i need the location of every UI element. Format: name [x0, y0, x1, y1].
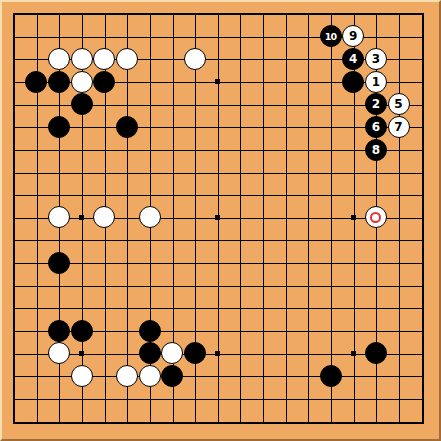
hoshi-point — [79, 215, 84, 220]
stone-move-number: 7 — [394, 121, 402, 133]
stone-white[interactable] — [71, 48, 93, 70]
stone-black[interactable] — [48, 252, 70, 274]
stone-white-move-7[interactable]: 7 — [388, 116, 410, 138]
stone-black-move-4[interactable]: 4 — [342, 48, 364, 70]
stone-black[interactable] — [48, 116, 70, 138]
stone-white[interactable] — [71, 365, 93, 387]
hoshi-point — [351, 215, 356, 220]
stone-white[interactable] — [139, 206, 161, 228]
stone-black[interactable] — [161, 365, 183, 387]
stone-white-marked[interactable] — [365, 206, 387, 228]
stone-move-number: 6 — [372, 121, 380, 133]
goban: 10943125678 — [0, 0, 441, 441]
stone-white-move-9[interactable]: 9 — [342, 25, 364, 47]
stone-black[interactable] — [71, 93, 93, 115]
stone-black[interactable] — [139, 342, 161, 364]
stone-black-move-10[interactable]: 10 — [320, 25, 342, 47]
stone-black[interactable] — [25, 71, 47, 93]
stone-black[interactable] — [116, 116, 138, 138]
stone-black[interactable] — [48, 71, 70, 93]
hoshi-point — [215, 79, 220, 84]
circle-mark-icon — [370, 212, 381, 223]
hoshi-point — [79, 351, 84, 356]
stone-white-move-5[interactable]: 5 — [388, 93, 410, 115]
stone-move-number: 10 — [325, 32, 337, 42]
stone-move-number: 4 — [349, 53, 357, 65]
stone-white[interactable] — [93, 48, 115, 70]
hoshi-point — [215, 215, 220, 220]
stone-black[interactable] — [320, 365, 342, 387]
stone-white[interactable] — [93, 206, 115, 228]
stone-move-number: 9 — [349, 30, 357, 42]
stone-black[interactable] — [48, 320, 70, 342]
stone-black[interactable] — [184, 342, 206, 364]
stone-white[interactable] — [116, 365, 138, 387]
stone-white[interactable] — [48, 206, 70, 228]
stone-move-number: 3 — [372, 53, 380, 65]
board-grid[interactable]: 10943125678 — [2, 2, 432, 432]
stone-white[interactable] — [184, 48, 206, 70]
stone-black-move-2[interactable]: 2 — [365, 93, 387, 115]
stone-move-number: 8 — [372, 144, 380, 156]
stone-black-move-6[interactable]: 6 — [365, 116, 387, 138]
stone-move-number: 1 — [372, 76, 380, 88]
stone-black-move-8[interactable]: 8 — [365, 139, 387, 161]
stone-white-move-3[interactable]: 3 — [365, 48, 387, 70]
stone-move-number: 5 — [394, 98, 402, 110]
stone-black[interactable] — [342, 71, 364, 93]
stone-white[interactable] — [161, 342, 183, 364]
stone-white[interactable] — [48, 342, 70, 364]
stone-white[interactable] — [139, 365, 161, 387]
stone-white[interactable] — [116, 48, 138, 70]
hoshi-point — [215, 351, 220, 356]
stone-black[interactable] — [71, 320, 93, 342]
stone-move-number: 2 — [372, 98, 380, 110]
stone-black[interactable] — [365, 342, 387, 364]
stone-white[interactable] — [71, 71, 93, 93]
stone-white[interactable] — [48, 48, 70, 70]
stone-white-move-1[interactable]: 1 — [365, 71, 387, 93]
stone-black[interactable] — [93, 71, 115, 93]
stone-black[interactable] — [139, 320, 161, 342]
hoshi-point — [351, 351, 356, 356]
